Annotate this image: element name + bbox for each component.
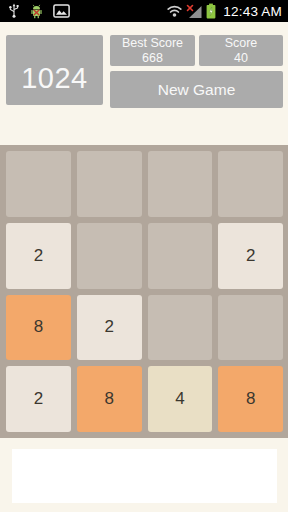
app-logo: 1024 bbox=[6, 35, 103, 105]
tile-2-r2c1: 2 bbox=[6, 223, 71, 289]
status-bar[interactable]: 12:43 AM bbox=[0, 0, 288, 22]
android-debug-icon bbox=[29, 4, 44, 19]
status-icons-left bbox=[8, 3, 70, 19]
new-game-button[interactable]: New Game bbox=[110, 71, 283, 108]
cell-empty-r1c2 bbox=[77, 151, 142, 217]
best-score-value: 668 bbox=[110, 51, 195, 66]
tile-2-r3c2: 2 bbox=[77, 295, 142, 361]
best-score-box: Best Score 668 bbox=[110, 35, 195, 66]
tile-8-r4c4: 8 bbox=[218, 366, 283, 432]
tile-4-r4c3: 4 bbox=[148, 366, 213, 432]
score-value: 40 bbox=[199, 51, 283, 66]
game-board[interactable]: 22822848 bbox=[0, 145, 288, 438]
battery-charging-icon bbox=[206, 3, 216, 19]
wifi-icon bbox=[166, 4, 183, 18]
signal-error-icon bbox=[186, 4, 203, 19]
tile-8-r3c1: 8 bbox=[6, 295, 71, 361]
cell-empty-r1c4 bbox=[218, 151, 283, 217]
tile-2-r2c4: 2 bbox=[218, 223, 283, 289]
ad-banner[interactable] bbox=[12, 449, 277, 503]
status-time: 12:43 AM bbox=[223, 4, 282, 19]
cell-empty-r1c1 bbox=[6, 151, 71, 217]
score-box: Score 40 bbox=[199, 35, 283, 66]
usb-icon bbox=[8, 3, 20, 19]
tile-2-r4c1: 2 bbox=[6, 366, 71, 432]
cell-empty-r1c3 bbox=[148, 151, 213, 217]
score-label: Score bbox=[199, 36, 283, 51]
cell-empty-r2c2 bbox=[77, 223, 142, 289]
screenshot-icon bbox=[53, 4, 70, 18]
cell-empty-r2c3 bbox=[148, 223, 213, 289]
best-score-label: Best Score bbox=[110, 36, 195, 51]
tile-8-r4c2: 8 bbox=[77, 366, 142, 432]
status-icons-right: 12:43 AM bbox=[166, 3, 284, 19]
cell-empty-r3c3 bbox=[148, 295, 213, 361]
cell-empty-r3c4 bbox=[218, 295, 283, 361]
